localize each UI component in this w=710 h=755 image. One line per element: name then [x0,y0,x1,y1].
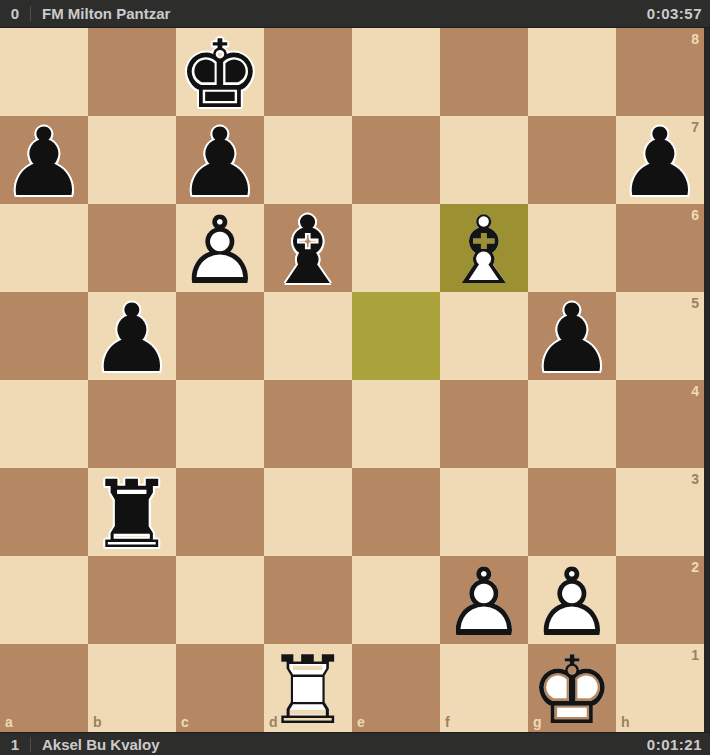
piece-black-bishop[interactable]: ♝ [264,204,352,292]
square-b4[interactable] [88,380,176,468]
square-d3[interactable] [264,468,352,556]
square-g7[interactable] [528,116,616,204]
file-label-a: a [5,715,13,729]
player-name-top: FM Milton Pantzar [42,5,170,22]
square-a6[interactable] [0,204,88,292]
square-g6[interactable] [528,204,616,292]
piece-white-pawn[interactable]: ♟♙ [440,556,528,644]
square-e6[interactable] [352,204,440,292]
chess-app: 0 FM Milton Pantzar 0:03:57 ♚8♟♟7♟♟♙♝♝♗6… [0,0,710,755]
square-h7[interactable]: 7♟ [616,116,704,204]
square-h4[interactable]: 4 [616,380,704,468]
file-label-h: h [621,715,630,729]
square-g1[interactable]: g♚♔ [528,644,616,732]
player-score-top: 0 [0,5,30,22]
square-h8[interactable]: 8 [616,28,704,116]
square-h2[interactable]: 2 [616,556,704,644]
square-e8[interactable] [352,28,440,116]
square-a5[interactable] [0,292,88,380]
square-d4[interactable] [264,380,352,468]
square-f6[interactable]: ♝♗ [440,204,528,292]
rank-label-3: 3 [691,472,699,486]
square-g8[interactable] [528,28,616,116]
square-d7[interactable] [264,116,352,204]
file-label-c: c [181,715,189,729]
square-f7[interactable] [440,116,528,204]
square-a3[interactable] [0,468,88,556]
square-c3[interactable] [176,468,264,556]
piece-white-pawn[interactable]: ♟♙ [528,556,616,644]
file-label-e: e [357,715,365,729]
square-a4[interactable] [0,380,88,468]
square-b7[interactable] [88,116,176,204]
square-h3[interactable]: 3 [616,468,704,556]
square-a8[interactable] [0,28,88,116]
square-a1[interactable]: a [0,644,88,732]
square-b2[interactable] [88,556,176,644]
rank-label-2: 2 [691,560,699,574]
square-e1[interactable]: e [352,644,440,732]
square-c5[interactable] [176,292,264,380]
square-c6[interactable]: ♟♙ [176,204,264,292]
square-h5[interactable]: 5 [616,292,704,380]
piece-black-pawn[interactable]: ♟ [88,292,176,380]
square-g5[interactable]: ♟ [528,292,616,380]
piece-white-bishop[interactable]: ♝♗ [440,204,528,292]
rank-label-4: 4 [691,384,699,398]
square-b8[interactable] [88,28,176,116]
square-g4[interactable] [528,380,616,468]
piece-black-pawn[interactable]: ♟ [176,116,264,204]
square-d6[interactable]: ♝ [264,204,352,292]
square-d8[interactable] [264,28,352,116]
file-label-f: f [445,715,450,729]
square-f1[interactable]: f [440,644,528,732]
piece-black-pawn[interactable]: ♟ [528,292,616,380]
rank-label-5: 5 [691,296,699,310]
rank-label-1: 1 [691,648,699,662]
piece-black-pawn[interactable]: ♟ [616,116,704,204]
square-f8[interactable] [440,28,528,116]
piece-black-rook[interactable]: ♜ [88,468,176,556]
square-d2[interactable] [264,556,352,644]
player-name-bottom: Aksel Bu Kvaloy [42,736,160,753]
square-f3[interactable] [440,468,528,556]
square-c1[interactable]: c [176,644,264,732]
rank-label-8: 8 [691,32,699,46]
player-score-bottom: 1 [0,736,30,753]
bar-separator [30,6,31,21]
square-b1[interactable]: b [88,644,176,732]
piece-black-pawn[interactable]: ♟ [0,116,88,204]
square-e7[interactable] [352,116,440,204]
square-f4[interactable] [440,380,528,468]
board-wrap: ♚8♟♟7♟♟♙♝♝♗6♟♟54♜3♟♙♟♙2abcd♜♖efg♚♔1h [0,28,710,732]
square-h1[interactable]: 1h [616,644,704,732]
player-clock-bottom: 0:01:21 [647,736,702,753]
square-b5[interactable]: ♟ [88,292,176,380]
square-e2[interactable] [352,556,440,644]
square-c8[interactable]: ♚ [176,28,264,116]
square-c4[interactable] [176,380,264,468]
square-b6[interactable] [88,204,176,292]
piece-white-rook[interactable]: ♜♖ [264,644,352,732]
square-e3[interactable] [352,468,440,556]
player-clock-top: 0:03:57 [647,5,702,22]
square-g2[interactable]: ♟♙ [528,556,616,644]
square-a2[interactable] [0,556,88,644]
bar-separator [30,737,31,752]
file-label-b: b [93,715,102,729]
piece-white-pawn[interactable]: ♟♙ [176,204,264,292]
rank-label-6: 6 [691,208,699,222]
square-d5[interactable] [264,292,352,380]
chess-board: ♚8♟♟7♟♟♙♝♝♗6♟♟54♜3♟♙♟♙2abcd♜♖efg♚♔1h [0,28,704,732]
square-e4[interactable] [352,380,440,468]
square-f5[interactable] [440,292,528,380]
square-a7[interactable]: ♟ [0,116,88,204]
square-b3[interactable]: ♜ [88,468,176,556]
square-f2[interactable]: ♟♙ [440,556,528,644]
square-h6[interactable]: 6 [616,204,704,292]
player-bar-top: 0 FM Milton Pantzar 0:03:57 [0,0,710,28]
piece-white-king[interactable]: ♚♔ [528,644,616,732]
piece-black-king[interactable]: ♚ [176,28,264,116]
square-e5[interactable] [352,292,440,380]
square-c2[interactable] [176,556,264,644]
square-c7[interactable]: ♟ [176,116,264,204]
player-bar-bottom: 1 Aksel Bu Kvaloy 0:01:21 [0,732,710,755]
square-g3[interactable] [528,468,616,556]
square-d1[interactable]: d♜♖ [264,644,352,732]
